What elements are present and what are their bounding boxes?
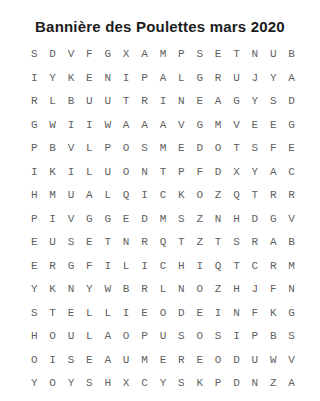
grid-cell-r1c14[interactable]: U [264,43,282,67]
grid-cell-r1c8[interactable]: M [154,43,172,67]
grid-cell-r1c9[interactable]: P [172,43,190,67]
grid-cell-r9c14[interactable]: A [264,231,282,255]
grid-cell-r6c13[interactable]: Y [246,161,264,185]
grid-cell-r7c9[interactable]: K [172,184,190,208]
grid-cell-r15c6[interactable]: X [117,372,135,396]
grid-cell-r15c4[interactable]: S [80,372,98,396]
grid-cell-r12c13[interactable]: F [246,302,264,326]
grid-cell-r9c2[interactable]: U [43,231,61,255]
grid-cell-r13c13[interactable]: P [246,325,264,349]
grid-cell-r2c8[interactable]: A [154,67,172,91]
grid-cell-r15c10[interactable]: K [191,372,209,396]
grid-cell-r2c13[interactable]: J [246,67,264,91]
grid-cell-r3c4[interactable]: U [80,90,98,114]
grid-cell-r14c15[interactable]: V [282,349,300,373]
grid-cell-r10c10[interactable]: I [191,255,209,279]
grid-cell-r12c8[interactable]: O [154,302,172,326]
grid-cell-r11c5[interactable]: W [99,278,117,302]
grid-cell-r6c10[interactable]: F [191,161,209,185]
grid-cell-r11c11[interactable]: Z [209,278,227,302]
grid-cell-r10c2[interactable]: R [43,255,61,279]
grid-cell-r1c13[interactable]: N [246,43,264,67]
grid-cell-r9c7[interactable]: R [135,231,153,255]
grid-cell-r4c13[interactable]: E [246,114,264,138]
grid-cell-r12c7[interactable]: E [135,302,153,326]
grid-cell-r8c3[interactable]: V [62,208,80,232]
grid-cell-r1c2[interactable]: D [43,43,61,67]
grid-cell-r10c13[interactable]: C [246,255,264,279]
grid-cell-r4c5[interactable]: W [99,114,117,138]
grid-cell-r5c14[interactable]: F [264,137,282,161]
grid-cell-r5c7[interactable]: S [135,137,153,161]
grid-cell-r8c5[interactable]: G [99,208,117,232]
grid-cell-r7c14[interactable]: R [264,184,282,208]
grid-cell-r2c1[interactable]: I [25,67,43,91]
grid-cell-r12c12[interactable]: N [227,302,245,326]
grid-cell-r6c4[interactable]: L [80,161,98,185]
grid-cell-r3c7[interactable]: R [135,90,153,114]
grid-cell-r15c12[interactable]: D [227,372,245,396]
grid-cell-r15c9[interactable]: S [172,372,190,396]
grid-cell-r5c9[interactable]: E [172,137,190,161]
grid-cell-r6c3[interactable]: I [62,161,80,185]
grid-cell-r11c10[interactable]: O [191,278,209,302]
grid-cell-r3c11[interactable]: A [209,90,227,114]
grid-cell-r8c8[interactable]: M [154,208,172,232]
grid-cell-r13c3[interactable]: U [62,325,80,349]
grid-cell-r4c6[interactable]: A [117,114,135,138]
grid-cell-r4c1[interactable]: G [25,114,43,138]
grid-cell-r11c1[interactable]: Y [25,278,43,302]
grid-cell-r13c11[interactable]: S [209,325,227,349]
grid-cell-r5c2[interactable]: B [43,137,61,161]
grid-cell-r13c5[interactable]: A [99,325,117,349]
grid-cell-r15c3[interactable]: Y [62,372,80,396]
grid-cell-r3c2[interactable]: L [43,90,61,114]
grid-cell-r9c3[interactable]: S [62,231,80,255]
grid-cell-r13c12[interactable]: I [227,325,245,349]
page-title: Bannière des Poulettes mars 2020 [0,18,320,35]
grid-cell-r13c14[interactable]: B [264,325,282,349]
grid-cell-r12c3[interactable]: E [62,302,80,326]
grid-cell-r9c5[interactable]: T [99,231,117,255]
grid-cell-r10c3[interactable]: G [62,255,80,279]
grid-cell-r5c8[interactable]: M [154,137,172,161]
grid-cell-r13c2[interactable]: O [43,325,61,349]
grid-cell-r3c12[interactable]: G [227,90,245,114]
grid-cell-r6c7[interactable]: N [135,161,153,185]
grid-cell-r10c12[interactable]: T [227,255,245,279]
grid-cell-r5c13[interactable]: S [246,137,264,161]
grid-cell-r5c12[interactable]: T [227,137,245,161]
grid-cell-r6c9[interactable]: P [172,161,190,185]
grid-cell-r7c2[interactable]: M [43,184,61,208]
grid-cell-r1c1[interactable]: S [25,43,43,67]
grid-cell-r4c14[interactable]: E [264,114,282,138]
grid-cell-r2c10[interactable]: G [191,67,209,91]
grid-cell-r10c6[interactable]: L [117,255,135,279]
grid-cell-r2c9[interactable]: L [172,67,190,91]
grid-cell-r3c5[interactable]: U [99,90,117,114]
grid-cell-r15c13[interactable]: N [246,372,264,396]
grid-cell-r7c11[interactable]: Z [209,184,227,208]
grid-cell-r14c5[interactable]: A [99,349,117,373]
grid-cell-r12c10[interactable]: E [191,302,209,326]
grid-cell-r13c7[interactable]: P [135,325,153,349]
grid-cell-r7c10[interactable]: O [191,184,209,208]
grid-cell-r4c11[interactable]: M [209,114,227,138]
grid-cell-r3c8[interactable]: I [154,90,172,114]
grid-cell-r5c1[interactable]: P [25,137,43,161]
grid-cell-r2c7[interactable]: P [135,67,153,91]
grid-cell-r13c8[interactable]: U [154,325,172,349]
grid-cell-r11c2[interactable]: K [43,278,61,302]
grid-cell-r4c9[interactable]: V [172,114,190,138]
grid-cell-r15c11[interactable]: P [209,372,227,396]
grid-cell-r6c8[interactable]: T [154,161,172,185]
grid-cell-r6c6[interactable]: O [117,161,135,185]
grid-cell-r9c10[interactable]: Z [191,231,209,255]
grid-cell-r8c11[interactable]: N [209,208,227,232]
grid-cell-r8c13[interactable]: D [246,208,264,232]
grid-cell-r1c12[interactable]: T [227,43,245,67]
grid-cell-r3c10[interactable]: E [191,90,209,114]
grid-cell-r10c14[interactable]: R [264,255,282,279]
grid-cell-r8c1[interactable]: P [25,208,43,232]
grid-cell-r8c10[interactable]: Z [191,208,209,232]
grid-cell-r6c2[interactable]: K [43,161,61,185]
grid-cell-r9c15[interactable]: B [282,231,300,255]
word-search-grid: SDVFGXAMPSETNUBIYKENIPALGRUJYARLBUUTRINE… [25,43,301,396]
grid-cell-r7c15[interactable]: R [282,184,300,208]
grid-cell-r12c4[interactable]: L [80,302,98,326]
grid-cell-r8c9[interactable]: S [172,208,190,232]
grid-cell-r3c3[interactable]: B [62,90,80,114]
grid-cell-r6c14[interactable]: A [264,161,282,185]
grid-cell-r15c8[interactable]: Y [154,372,172,396]
grid-cell-r8c7[interactable]: D [135,208,153,232]
grid-cell-r6c15[interactable]: C [282,161,300,185]
grid-cell-r5c5[interactable]: P [99,137,117,161]
grid-cell-r9c12[interactable]: S [227,231,245,255]
grid-cell-r10c4[interactable]: F [80,255,98,279]
grid-cell-r2c12[interactable]: U [227,67,245,91]
grid-cell-r4c7[interactable]: A [135,114,153,138]
grid-cell-r5c4[interactable]: L [80,137,98,161]
grid-cell-r14c6[interactable]: U [117,349,135,373]
grid-cell-r13c10[interactable]: O [191,325,209,349]
grid-cell-r1c5[interactable]: G [99,43,117,67]
grid-cell-r14c3[interactable]: S [62,349,80,373]
grid-cell-r9c1[interactable]: E [25,231,43,255]
grid-cell-r12c11[interactable]: I [209,302,227,326]
grid-cell-r1c11[interactable]: E [209,43,227,67]
grid-cell-r2c11[interactable]: R [209,67,227,91]
grid-cell-r14c4[interactable]: E [80,349,98,373]
grid-cell-r12c15[interactable]: G [282,302,300,326]
grid-cell-r10c8[interactable]: C [154,255,172,279]
grid-cell-r6c12[interactable]: X [227,161,245,185]
grid-cell-r14c11[interactable]: O [209,349,227,373]
grid-cell-r3c9[interactable]: N [172,90,190,114]
grid-cell-r8c15[interactable]: V [282,208,300,232]
grid-cell-r2c5[interactable]: N [99,67,117,91]
grid-cell-r13c6[interactable]: O [117,325,135,349]
grid-cell-r5c15[interactable]: E [282,137,300,161]
grid-cell-r5c3[interactable]: V [62,137,80,161]
grid-cell-r9c6[interactable]: N [117,231,135,255]
grid-cell-r2c6[interactable]: I [117,67,135,91]
grid-cell-r1c15[interactable]: B [282,43,300,67]
grid-cell-r12c1[interactable]: S [25,302,43,326]
grid-cell-r7c12[interactable]: Q [227,184,245,208]
grid-cell-r2c15[interactable]: A [282,67,300,91]
grid-cell-r7c13[interactable]: T [246,184,264,208]
grid-cell-r9c8[interactable]: Q [154,231,172,255]
grid-cell-r10c1[interactable]: E [25,255,43,279]
grid-cell-r4c4[interactable]: I [80,114,98,138]
grid-cell-r12c14[interactable]: K [264,302,282,326]
grid-cell-r1c7[interactable]: A [135,43,153,67]
grid-cell-r4c8[interactable]: A [154,114,172,138]
grid-cell-r12c6[interactable]: I [117,302,135,326]
grid-cell-r7c7[interactable]: I [135,184,153,208]
grid-cell-r4c12[interactable]: V [227,114,245,138]
grid-cell-r11c8[interactable]: L [154,278,172,302]
grid-cell-r4c3[interactable]: I [62,114,80,138]
grid-cell-r4c2[interactable]: W [43,114,61,138]
grid-cell-r14c13[interactable]: U [246,349,264,373]
grid-cell-r11c6[interactable]: B [117,278,135,302]
grid-cell-r15c15[interactable]: A [282,372,300,396]
grid-cell-r12c9[interactable]: D [172,302,190,326]
grid-cell-r8c12[interactable]: H [227,208,245,232]
grid-cell-r12c5[interactable]: L [99,302,117,326]
grid-cell-r3c1[interactable]: R [25,90,43,114]
grid-cell-r1c6[interactable]: X [117,43,135,67]
grid-cell-r2c14[interactable]: Y [264,67,282,91]
grid-cell-r14c7[interactable]: M [135,349,153,373]
grid-cell-r5c6[interactable]: O [117,137,135,161]
grid-cell-r7c1[interactable]: H [25,184,43,208]
grid-cell-r9c4[interactable]: E [80,231,98,255]
grid-cell-r9c11[interactable]: T [209,231,227,255]
grid-cell-r10c7[interactable]: I [135,255,153,279]
grid-cell-r15c5[interactable]: H [99,372,117,396]
grid-cell-r1c3[interactable]: V [62,43,80,67]
grid-cell-r2c4[interactable]: E [80,67,98,91]
grid-cell-r5c10[interactable]: D [191,137,209,161]
grid-cell-r13c4[interactable]: L [80,325,98,349]
grid-cell-r8c14[interactable]: G [264,208,282,232]
grid-cell-r1c4[interactable]: F [80,43,98,67]
grid-cell-r6c5[interactable]: U [99,161,117,185]
grid-cell-r11c14[interactable]: F [264,278,282,302]
grid-cell-r10c5[interactable]: I [99,255,117,279]
grid-cell-r3c14[interactable]: S [264,90,282,114]
grid-cell-r5c11[interactable]: O [209,137,227,161]
grid-cell-r15c2[interactable]: O [43,372,61,396]
grid-cell-r3c6[interactable]: T [117,90,135,114]
grid-cell-r10c15[interactable]: M [282,255,300,279]
grid-cell-r13c1[interactable]: H [25,325,43,349]
grid-cell-r8c6[interactable]: E [117,208,135,232]
grid-cell-r11c7[interactable]: R [135,278,153,302]
grid-cell-r3c13[interactable]: Y [246,90,264,114]
grid-cell-r10c9[interactable]: H [172,255,190,279]
grid-cell-r14c1[interactable]: O [25,349,43,373]
grid-cell-r11c12[interactable]: H [227,278,245,302]
grid-cell-r8c4[interactable]: G [80,208,98,232]
grid-cell-r6c1[interactable]: I [25,161,43,185]
grid-cell-r11c15[interactable]: N [282,278,300,302]
grid-cell-r9c13[interactable]: R [246,231,264,255]
grid-cell-r11c9[interactable]: N [172,278,190,302]
grid-cell-r14c9[interactable]: R [172,349,190,373]
grid-cell-r15c14[interactable]: Z [264,372,282,396]
grid-cell-r7c3[interactable]: U [62,184,80,208]
grid-cell-r9c9[interactable]: T [172,231,190,255]
grid-cell-r6c11[interactable]: D [209,161,227,185]
grid-cell-r7c6[interactable]: Q [117,184,135,208]
grid-cell-r1c10[interactable]: S [191,43,209,67]
grid-cell-r7c4[interactable]: A [80,184,98,208]
grid-cell-r13c15[interactable]: S [282,325,300,349]
grid-cell-r14c10[interactable]: E [191,349,209,373]
grid-cell-r2c3[interactable]: K [62,67,80,91]
grid-cell-r7c8[interactable]: C [154,184,172,208]
grid-cell-r4c10[interactable]: G [191,114,209,138]
grid-cell-r14c14[interactable]: W [264,349,282,373]
grid-cell-r12c2[interactable]: T [43,302,61,326]
grid-cell-r10c11[interactable]: Q [209,255,227,279]
grid-cell-r15c7[interactable]: C [135,372,153,396]
grid-cell-r15c1[interactable]: Y [25,372,43,396]
grid-cell-r11c3[interactable]: N [62,278,80,302]
grid-cell-r11c4[interactable]: Y [80,278,98,302]
grid-cell-r13c9[interactable]: S [172,325,190,349]
grid-cell-r11c13[interactable]: J [246,278,264,302]
grid-cell-r2c2[interactable]: Y [43,67,61,91]
grid-cell-r14c8[interactable]: E [154,349,172,373]
grid-cell-r8c2[interactable]: I [43,208,61,232]
grid-cell-r4c15[interactable]: G [282,114,300,138]
grid-cell-r14c2[interactable]: I [43,349,61,373]
grid-cell-r14c12[interactable]: D [227,349,245,373]
grid-cell-r7c5[interactable]: L [99,184,117,208]
grid-cell-r3c15[interactable]: D [282,90,300,114]
